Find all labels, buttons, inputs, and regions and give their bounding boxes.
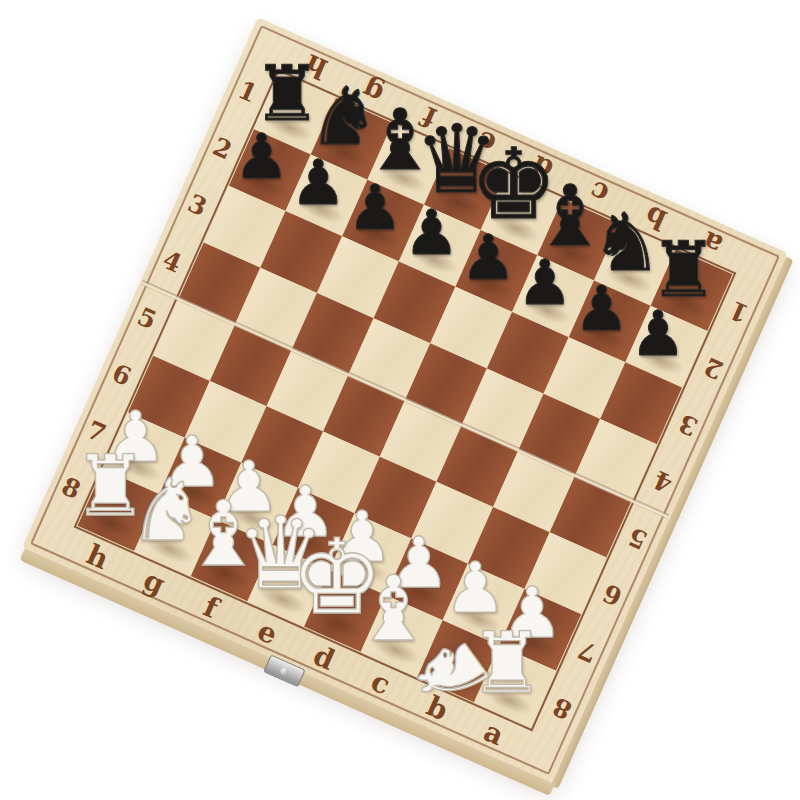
white-rook-glyph: ♜ [469,621,544,705]
black-pawn-glyph: ♟ [630,303,686,365]
photo-scene: 11hh22gg33ff44ee55dd66cc77bb88aa ♜♞♝♛♚♝♞… [0,0,800,800]
black-pawn-glyph: ♟ [460,227,516,289]
black-pawn-glyph: ♟ [291,152,347,214]
black-pawn-glyph: ♟ [517,252,573,314]
black-pawn-glyph: ♟ [404,202,460,264]
pieces-layer: ♜♞♝♛♚♝♞♜♟♟♟♟♟♟♟♟♟♟♟♟♟♟♟♟♜♞♝♛♚♝♞♜ [22,17,788,783]
black-pawn-glyph: ♟ [234,126,290,188]
white-bishop-glyph: ♝ [353,564,434,654]
chess-board: 11hh22gg33ff44ee55dd66cc77bb88aa ♜♞♝♛♚♝♞… [22,17,788,783]
white-pawn-glyph: ♟ [444,553,507,623]
black-pawn-glyph: ♟ [574,278,630,340]
black-pawn-glyph: ♟ [347,177,403,239]
board-frame: 11hh22gg33ff44ee55dd66cc77bb88aa ♜♞♝♛♚♝♞… [22,17,788,783]
